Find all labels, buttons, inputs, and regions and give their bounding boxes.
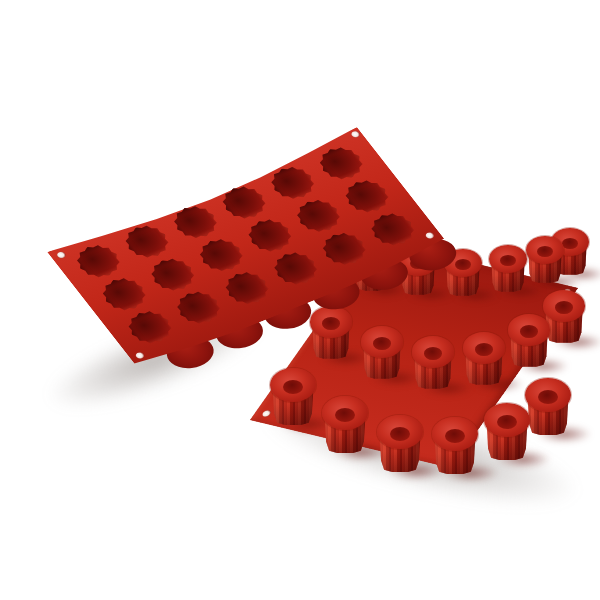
cup-center-dimple	[538, 390, 558, 404]
cup-center-dimple	[335, 408, 355, 422]
product-photo	[0, 0, 600, 600]
cup-center-dimple	[390, 427, 410, 441]
cup-center-dimple	[445, 429, 465, 443]
cup-center-dimple	[283, 380, 303, 394]
cup-center-dimple	[497, 415, 517, 429]
